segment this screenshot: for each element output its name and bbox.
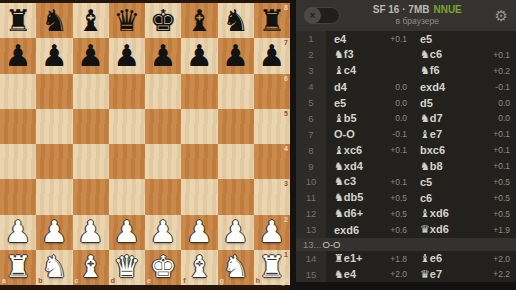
black-move-cell[interactable]: ♝e7+0.1 (412, 126, 516, 142)
square-a2[interactable]: ♟ (0, 215, 36, 250)
square-g5[interactable] (218, 109, 254, 144)
engine-header: × SF 16 · 7MBNNUE в браузере ⚙ (296, 0, 516, 31)
white-pawn[interactable]: ♟ (36, 215, 72, 250)
square-c7[interactable]: ♟ (73, 38, 109, 73)
white-move: ♞e4 (334, 268, 390, 281)
white-move-cell[interactable]: ♞db5+0.5 (326, 190, 412, 206)
square-h7[interactable]: ♟7 (254, 38, 290, 73)
move-row-2: 2♞f3♞c6+0.1 (296, 47, 516, 63)
square-c2[interactable]: ♟ (73, 215, 109, 250)
square-f1[interactable]: ♝f (181, 250, 217, 285)
white-move-cell[interactable]: d40.0 (326, 79, 412, 95)
black-move-cell[interactable]: exd4-0.1 (412, 79, 516, 95)
toggle-off-icon[interactable]: × (304, 7, 321, 24)
move-row-3: 3♝c4♞f6+0.2 (296, 63, 516, 79)
white-move-cell[interactable]: ♝xc6+0.1 (326, 142, 412, 158)
black-move: c5 (420, 176, 493, 188)
square-a5[interactable] (0, 109, 36, 144)
file-label-b: b (38, 277, 42, 284)
black-move: ♛xd6 (420, 223, 493, 236)
move-number: 6 (296, 110, 326, 126)
file-label-f: f (183, 277, 185, 284)
square-f5[interactable] (181, 109, 217, 144)
square-g4[interactable] (218, 144, 254, 179)
black-pawn[interactable]: ♟ (218, 38, 254, 73)
white-move-cell[interactable]: e4+0.1 (326, 31, 412, 47)
black-move-eval: +0.5 (493, 209, 510, 219)
variation-move-number: 13... (303, 239, 322, 250)
square-d8[interactable]: ♛ (109, 3, 145, 38)
square-a8[interactable]: ♜ (0, 3, 36, 38)
square-d6[interactable] (109, 74, 145, 109)
black-pawn[interactable]: ♟ (145, 38, 181, 73)
square-e2[interactable]: ♟ (145, 215, 181, 250)
black-bishop[interactable]: ♝ (73, 3, 109, 38)
black-pawn[interactable]: ♟ (181, 38, 217, 73)
file-label-h: h (256, 277, 260, 284)
black-move: exd4 (420, 81, 495, 93)
square-f8[interactable]: ♝ (181, 3, 217, 38)
white-pawn[interactable]: ♟ (73, 215, 109, 250)
white-move-cell[interactable]: ♞e4+2.0 (326, 266, 412, 282)
black-move-eval: 0.0 (498, 98, 510, 108)
square-e8[interactable]: ♚ (145, 3, 181, 38)
square-e1[interactable]: ♚e (145, 250, 181, 285)
white-pawn[interactable]: ♟ (145, 215, 181, 250)
black-move-eval: +0.1 (493, 50, 510, 60)
black-move: ♞c6 (420, 48, 493, 61)
white-move: exd6 (334, 224, 390, 236)
square-h2[interactable]: ♟2 (254, 215, 290, 250)
chess-board: ♜♞♝♛♚♝♞♜8♟♟♟♟♟♟♟♟76543♟♟♟♟♟♟♟♟2♜a♞b♝c♛d♚… (0, 0, 290, 290)
white-move: ♞d6+ (334, 207, 390, 220)
square-f4[interactable] (181, 144, 217, 179)
square-a7[interactable]: ♟ (0, 38, 36, 73)
white-move-eval: -0.1 (392, 129, 407, 139)
black-rook[interactable]: ♜ (0, 3, 36, 38)
white-move-eval: 0.0 (395, 82, 407, 92)
square-e3[interactable] (145, 179, 181, 214)
square-b4[interactable] (36, 144, 72, 179)
black-move-cell[interactable]: ♞b8+0.1 (412, 158, 516, 174)
board-grid: ♜♞♝♛♚♝♞♜8♟♟♟♟♟♟♟♟76543♟♟♟♟♟♟♟♟2♜a♞b♝c♛d♚… (0, 3, 290, 285)
square-c4[interactable] (73, 144, 109, 179)
engine-location: в браузере (346, 16, 489, 26)
square-g3[interactable] (218, 179, 254, 214)
move-number: 1 (296, 31, 326, 47)
white-move-cell[interactable]: ♞c3+0.1 (326, 174, 412, 190)
square-c8[interactable]: ♝ (73, 3, 109, 38)
white-move: O-O (334, 128, 392, 140)
white-move-eval: +2.0 (390, 269, 407, 279)
white-move-cell[interactable]: ♝c4 (326, 63, 412, 79)
black-move: ♞b8 (420, 160, 493, 173)
black-move: e5 (420, 33, 510, 45)
black-move-eval: +0.5 (493, 177, 510, 187)
white-move-cell[interactable]: ♞f3 (326, 47, 412, 63)
engine-info: SF 16 · 7MBNNUE в браузере (346, 4, 489, 26)
square-g8[interactable]: ♞ (218, 3, 254, 38)
white-move-eval: +0.5 (390, 193, 407, 203)
black-move-cell[interactable]: c6+0.5 (412, 190, 516, 206)
white-move: e4 (334, 33, 390, 45)
rank-label-5: 5 (284, 110, 288, 117)
move-row-8: 8♝xc6+0.1bxc6+0.1 (296, 142, 516, 158)
white-move-cell[interactable]: exd6+0.6 (326, 222, 412, 238)
black-pawn[interactable]: ♟ (0, 38, 36, 73)
move-list: 1e4+0.1e52♞f3♞c6+0.13♝c4♞f6+0.24d40.0exd… (296, 31, 516, 290)
black-queen[interactable]: ♛ (109, 3, 145, 38)
square-a6[interactable] (0, 74, 36, 109)
variation-move: O-O (323, 239, 341, 250)
move-number: 15 (296, 266, 326, 282)
white-pawn[interactable]: ♟ (109, 215, 145, 250)
white-move: d4 (334, 81, 395, 93)
white-move-cell[interactable]: ♜e1++1.8 (326, 251, 412, 267)
square-f2[interactable]: ♟ (181, 215, 217, 250)
rank-label-3: 3 (284, 180, 288, 187)
black-move-eval: +2.0 (493, 254, 510, 264)
white-move: ♞xd4 (334, 160, 407, 173)
white-move-cell[interactable]: ♝b50.0 (326, 110, 412, 126)
square-d7[interactable]: ♟ (109, 38, 145, 73)
black-move-cell[interactable]: ♝e6+2.0 (412, 251, 516, 267)
move-row-1: 1e4+0.1e5 (296, 31, 516, 47)
square-h6[interactable]: 6 (254, 74, 290, 109)
square-e5[interactable] (145, 109, 181, 144)
black-pawn[interactable]: ♟ (36, 38, 72, 73)
move-number: 14 (296, 251, 326, 267)
white-move: ♝c4 (334, 64, 407, 77)
square-b2[interactable]: ♟ (36, 215, 72, 250)
square-e7[interactable]: ♟ (145, 38, 181, 73)
square-f6[interactable] (181, 74, 217, 109)
black-move-eval: +1.9 (493, 225, 510, 235)
move-row-10: 10♞c3+0.1c5+0.5 (296, 174, 516, 190)
white-move-eval: +1.8 (390, 254, 407, 264)
black-knight[interactable]: ♞ (218, 3, 254, 38)
white-move: ♞f3 (334, 48, 407, 61)
square-d1[interactable]: ♛d (109, 250, 145, 285)
square-b6[interactable] (36, 74, 72, 109)
black-move-eval: +0.1 (493, 145, 510, 155)
engine-toggle[interactable]: × (304, 7, 340, 24)
square-g1[interactable]: ♞g (218, 250, 254, 285)
white-move-eval: 0.0 (395, 98, 407, 108)
white-move-eval: 0.0 (395, 113, 407, 123)
black-move: ♞d7 (420, 112, 498, 125)
white-move-eval: +0.1 (390, 34, 407, 44)
analysis-panel: × SF 16 · 7MBNNUE в браузере ⚙ 1e4+0.1e5… (296, 0, 516, 290)
square-f7[interactable]: ♟ (181, 38, 217, 73)
white-bishop[interactable]: ♝ (181, 250, 217, 285)
move-row-5: 5e50.0d50.0 (296, 95, 516, 111)
black-move: ♝e7 (420, 128, 493, 141)
square-b7[interactable]: ♟ (36, 38, 72, 73)
square-a3[interactable] (0, 179, 36, 214)
white-move-cell[interactable]: O-O-0.1 (326, 126, 412, 142)
square-d2[interactable]: ♟ (109, 215, 145, 250)
move-row-7: 7O-O-0.1♝e7+0.1 (296, 126, 516, 142)
black-move: bxc6 (420, 144, 493, 156)
white-move-cell[interactable]: ♞xd4 (326, 158, 412, 174)
move-number: 10 (296, 174, 326, 190)
square-c3[interactable] (73, 179, 109, 214)
move-row-13: 13exd6+0.6♛xd6+1.9 (296, 222, 516, 238)
square-b8[interactable]: ♞ (36, 3, 72, 38)
square-c5[interactable] (73, 109, 109, 144)
white-move: e5 (334, 97, 395, 109)
black-move: d5 (420, 97, 498, 109)
black-move-eval: +0.5 (493, 193, 510, 203)
black-move-cell[interactable]: e5 (412, 31, 516, 47)
rank-label-8: 8 (284, 4, 288, 11)
square-b3[interactable] (36, 179, 72, 214)
move-number: 2 (296, 47, 326, 63)
square-h4[interactable]: 4 (254, 144, 290, 179)
file-label-d: d (111, 277, 115, 284)
square-a1[interactable]: ♜a (0, 250, 36, 285)
black-move-eval: +0.1 (493, 161, 510, 171)
square-d5[interactable] (109, 109, 145, 144)
black-pawn[interactable]: ♟ (73, 38, 109, 73)
move-number: 9 (296, 158, 326, 174)
square-e4[interactable] (145, 144, 181, 179)
square-g6[interactable] (218, 74, 254, 109)
white-pawn[interactable]: ♟ (218, 215, 254, 250)
square-h8[interactable]: ♜8 (254, 3, 290, 38)
square-b5[interactable] (36, 109, 72, 144)
black-move-cell[interactable]: d50.0 (412, 95, 516, 111)
square-e6[interactable] (145, 74, 181, 109)
variation-line[interactable]: 13...O-O (296, 238, 516, 251)
white-move-eval: +0.1 (390, 145, 407, 155)
black-move: ♝xd6 (420, 207, 493, 220)
white-move-eval: +0.1 (390, 177, 407, 187)
white-pawn[interactable]: ♟ (0, 215, 36, 250)
move-number: 3 (296, 63, 326, 79)
black-knight[interactable]: ♞ (36, 3, 72, 38)
file-label-c: c (75, 277, 79, 284)
white-move: ♝xc6 (334, 144, 390, 157)
file-label-g: g (220, 277, 224, 284)
move-number: 7 (296, 126, 326, 142)
black-move: c6 (420, 192, 493, 204)
black-move-cell[interactable]: ♞d70.0 (412, 110, 516, 126)
white-move: ♝b5 (334, 112, 395, 125)
black-bishop[interactable]: ♝ (181, 3, 217, 38)
black-pawn[interactable]: ♟ (109, 38, 145, 73)
move-row-14: 14♜e1++1.8♝e6+2.0 (296, 251, 516, 267)
rank-label-6: 6 (284, 75, 288, 82)
black-move: ♝e6 (420, 252, 493, 265)
black-move-cell[interactable]: ♛xd6+1.9 (412, 222, 516, 238)
engine-name-line: SF 16 · 7MBNNUE (346, 4, 489, 16)
move-number: 5 (296, 95, 326, 111)
move-row-12: 12♞d6++0.5♝xd6+0.5 (296, 206, 516, 222)
black-move-eval: +0.2 (493, 66, 510, 76)
move-number: 12 (296, 206, 326, 222)
white-move-eval: +0.6 (390, 225, 407, 235)
white-move: ♞c3 (334, 175, 390, 188)
square-h3[interactable]: 3 (254, 179, 290, 214)
move-number: 8 (296, 142, 326, 158)
square-h5[interactable]: 5 (254, 109, 290, 144)
black-move-cell[interactable]: ♛e7+2.2 (412, 266, 516, 282)
white-move-cell[interactable]: e50.0 (326, 95, 412, 111)
square-g7[interactable]: ♟ (218, 38, 254, 73)
white-pawn[interactable]: ♟ (181, 215, 217, 250)
white-move: ♜e1+ (334, 252, 390, 265)
settings-gear-icon[interactable]: ⚙ (495, 8, 508, 23)
move-row-9: 9♞xd4♞b8+0.1 (296, 158, 516, 174)
move-row-4: 4d40.0exd4-0.1 (296, 79, 516, 95)
white-move: ♞db5 (334, 191, 390, 204)
black-move-cell[interactable]: c5+0.5 (412, 174, 516, 190)
move-number: 13 (296, 222, 326, 238)
black-move-cell[interactable]: ♞c6+0.1 (412, 47, 516, 63)
square-c1[interactable]: ♝c (73, 250, 109, 285)
white-move-cell[interactable]: ♞d6++0.5 (326, 206, 412, 222)
black-move-cell[interactable]: ♝xd6+0.5 (412, 206, 516, 222)
black-move: ♛e7 (420, 268, 493, 281)
board-resize-icon[interactable] (281, 278, 289, 286)
square-f3[interactable] (181, 179, 217, 214)
move-row-6: 6♝b50.0♞d70.0 (296, 110, 516, 126)
square-d3[interactable] (109, 179, 145, 214)
black-move: ♞f6 (420, 64, 493, 77)
move-number: 11 (296, 190, 326, 206)
rank-label-7: 7 (284, 39, 288, 46)
black-move-eval: 0.0 (498, 113, 510, 123)
move-row-15: 15♞e4+2.0♛e7+2.2 (296, 266, 516, 282)
square-b1[interactable]: ♞b (36, 250, 72, 285)
square-d4[interactable] (109, 144, 145, 179)
black-move-eval: +0.1 (493, 129, 510, 139)
rank-label-2: 2 (284, 216, 288, 223)
black-move-eval: +2.2 (493, 269, 510, 279)
rank-label-1: 1 (284, 251, 288, 258)
black-move-eval: -0.1 (495, 82, 510, 92)
black-move-cell[interactable]: ♞f6+0.2 (412, 63, 516, 79)
black-move-cell[interactable]: bxc6+0.1 (412, 142, 516, 158)
white-move-eval: +0.5 (390, 209, 407, 219)
move-row-11: 11♞db5+0.5c6+0.5 (296, 190, 516, 206)
move-number: 4 (296, 79, 326, 95)
square-c6[interactable] (73, 74, 109, 109)
engine-nnue-badge: NNUE (433, 4, 461, 15)
rank-label-4: 4 (284, 145, 288, 152)
black-king[interactable]: ♚ (145, 3, 181, 38)
engine-name: SF 16 · 7MB (373, 4, 430, 15)
square-g2[interactable]: ♟ (218, 215, 254, 250)
file-label-e: e (147, 277, 151, 284)
file-label-a: a (2, 277, 6, 284)
square-a4[interactable] (0, 144, 36, 179)
